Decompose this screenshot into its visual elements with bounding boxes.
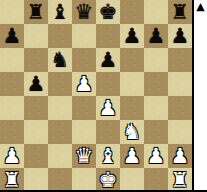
square-d8[interactable]: ♛ — [72, 0, 96, 24]
square-e6[interactable]: ♟ — [96, 48, 120, 72]
square-b7[interactable] — [24, 24, 48, 48]
square-g3[interactable] — [144, 120, 168, 144]
square-h4[interactable] — [168, 96, 192, 120]
square-g2[interactable]: ♟ — [144, 144, 168, 168]
white-pawn[interactable]: ♟ — [123, 144, 142, 168]
white-bishop[interactable]: ♝ — [99, 144, 118, 168]
square-c8[interactable]: ♝ — [48, 0, 72, 24]
square-e5[interactable] — [96, 72, 120, 96]
white-rook[interactable]: ♜ — [3, 168, 22, 192]
square-f2[interactable]: ♟ — [120, 144, 144, 168]
black-rook[interactable]: ♜ — [27, 0, 46, 24]
square-b5[interactable]: ♟ — [24, 72, 48, 96]
black-pawn[interactable]: ♟ — [123, 24, 142, 48]
square-c3[interactable] — [48, 120, 72, 144]
square-d6[interactable] — [72, 48, 96, 72]
black-pawn[interactable]: ♟ — [27, 72, 46, 96]
square-f3[interactable]: ♞ — [120, 120, 144, 144]
square-a7[interactable]: ♟ — [0, 24, 24, 48]
square-e4[interactable]: ♟ — [96, 96, 120, 120]
board-bottom-edge — [0, 190, 207, 192]
square-a1[interactable]: ♜ — [0, 168, 24, 192]
square-d4[interactable] — [72, 96, 96, 120]
square-f5[interactable] — [120, 72, 144, 96]
white-pawn[interactable]: ♟ — [3, 144, 22, 168]
black-pawn[interactable]: ♟ — [147, 24, 166, 48]
square-g1[interactable] — [144, 168, 168, 192]
chess-app-screenshot: ♜♝♛♚♜♟♟♟♟♞♟♟♟♟♞♟♛♝♟♟♟♜♚♜ ▲ — [0, 0, 207, 192]
square-g4[interactable] — [144, 96, 168, 120]
square-f7[interactable]: ♟ — [120, 24, 144, 48]
square-c5[interactable] — [48, 72, 72, 96]
square-h7[interactable]: ♟ — [168, 24, 192, 48]
square-b1[interactable] — [24, 168, 48, 192]
square-b8[interactable]: ♜ — [24, 0, 48, 24]
black-to-move-triangle-icon: ▲ — [196, 0, 204, 14]
black-queen[interactable]: ♛ — [75, 0, 94, 24]
square-d3[interactable] — [72, 120, 96, 144]
white-pawn[interactable]: ♟ — [171, 144, 190, 168]
square-c1[interactable] — [48, 168, 72, 192]
black-pawn[interactable]: ♟ — [99, 48, 118, 72]
square-c7[interactable] — [48, 24, 72, 48]
square-g8[interactable] — [144, 0, 168, 24]
square-e8[interactable]: ♚ — [96, 0, 120, 24]
square-h3[interactable] — [168, 120, 192, 144]
white-king[interactable]: ♚ — [99, 168, 118, 192]
black-king[interactable]: ♚ — [99, 0, 118, 24]
square-h2[interactable]: ♟ — [168, 144, 192, 168]
square-h6[interactable] — [168, 48, 192, 72]
square-f8[interactable] — [120, 0, 144, 24]
square-h1[interactable]: ♜ — [168, 168, 192, 192]
square-e2[interactable]: ♝ — [96, 144, 120, 168]
square-d5[interactable]: ♟ — [72, 72, 96, 96]
square-g6[interactable] — [144, 48, 168, 72]
square-f4[interactable] — [120, 96, 144, 120]
square-e3[interactable] — [96, 120, 120, 144]
black-pawn[interactable]: ♟ — [171, 24, 190, 48]
white-knight[interactable]: ♞ — [123, 120, 142, 144]
square-d1[interactable] — [72, 168, 96, 192]
square-e7[interactable] — [96, 24, 120, 48]
white-pawn[interactable]: ♟ — [147, 144, 166, 168]
square-a8[interactable] — [0, 0, 24, 24]
white-pawn[interactable]: ♟ — [99, 96, 118, 120]
side-to-move-strip: ▲ — [192, 0, 207, 192]
square-h8[interactable]: ♜ — [168, 0, 192, 24]
square-c2[interactable] — [48, 144, 72, 168]
square-a2[interactable]: ♟ — [0, 144, 24, 168]
square-g7[interactable]: ♟ — [144, 24, 168, 48]
square-b2[interactable] — [24, 144, 48, 168]
square-a5[interactable] — [0, 72, 24, 96]
white-rook[interactable]: ♜ — [171, 168, 190, 192]
square-f6[interactable] — [120, 48, 144, 72]
square-g5[interactable] — [144, 72, 168, 96]
black-knight[interactable]: ♞ — [51, 48, 70, 72]
black-pawn[interactable]: ♟ — [3, 24, 22, 48]
square-f1[interactable] — [120, 168, 144, 192]
square-a3[interactable] — [0, 120, 24, 144]
white-pawn[interactable]: ♟ — [75, 72, 94, 96]
square-d7[interactable] — [72, 24, 96, 48]
square-a6[interactable] — [0, 48, 24, 72]
square-e1[interactable]: ♚ — [96, 168, 120, 192]
square-h5[interactable] — [168, 72, 192, 96]
black-rook[interactable]: ♜ — [171, 0, 190, 24]
square-c6[interactable]: ♞ — [48, 48, 72, 72]
square-c4[interactable] — [48, 96, 72, 120]
square-b3[interactable] — [24, 120, 48, 144]
square-a4[interactable] — [0, 96, 24, 120]
square-b6[interactable] — [24, 48, 48, 72]
square-d2[interactable]: ♛ — [72, 144, 96, 168]
white-queen[interactable]: ♛ — [75, 144, 94, 168]
square-b4[interactable] — [24, 96, 48, 120]
black-bishop[interactable]: ♝ — [51, 0, 70, 24]
chess-board: ♜♝♛♚♜♟♟♟♟♞♟♟♟♟♞♟♛♝♟♟♟♜♚♜ — [0, 0, 192, 192]
